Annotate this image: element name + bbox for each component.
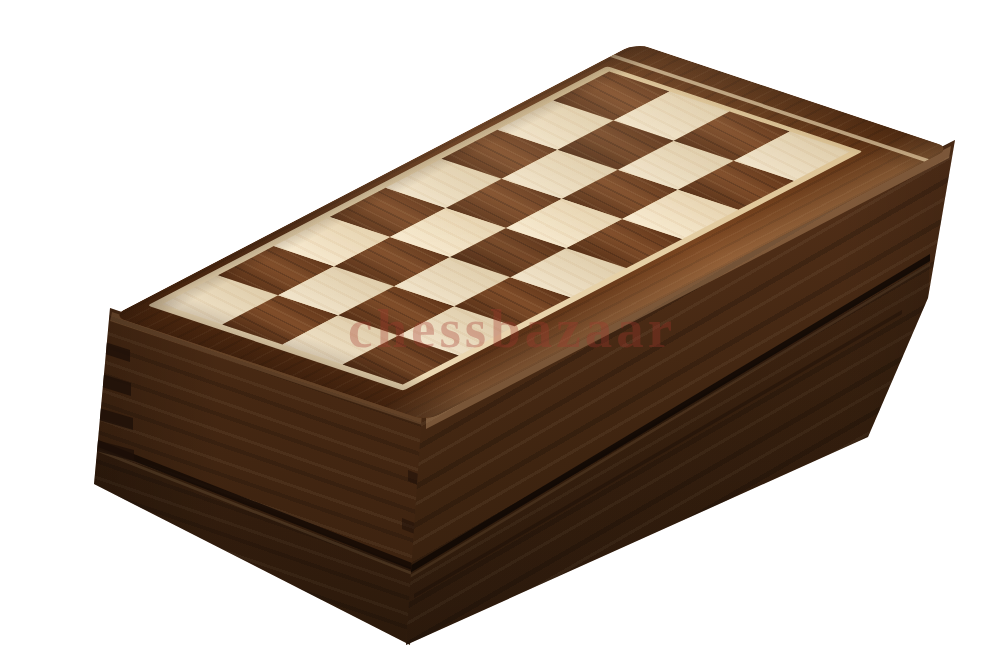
product-photo: chessbazaar xyxy=(0,0,1000,667)
watermark-text: chessbazaar xyxy=(348,301,676,356)
